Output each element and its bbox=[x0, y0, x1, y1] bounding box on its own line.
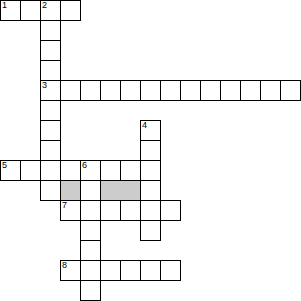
answer-cell[interactable] bbox=[80, 280, 101, 301]
blocked-cell bbox=[60, 180, 81, 201]
answer-cell[interactable] bbox=[200, 80, 221, 101]
answer-cell[interactable] bbox=[40, 40, 61, 61]
answer-cell[interactable] bbox=[40, 180, 61, 201]
answer-cell[interactable] bbox=[40, 160, 61, 181]
answer-cell[interactable] bbox=[80, 240, 101, 261]
answer-cell[interactable] bbox=[140, 160, 161, 181]
answer-cell[interactable] bbox=[40, 100, 61, 121]
answer-cell[interactable] bbox=[0, 0, 21, 21]
answer-cell[interactable] bbox=[140, 120, 161, 141]
answer-cell[interactable] bbox=[60, 200, 81, 221]
answer-cell[interactable] bbox=[80, 160, 101, 181]
answer-cell[interactable] bbox=[100, 260, 121, 281]
answer-cell[interactable] bbox=[0, 160, 21, 181]
answer-cell[interactable] bbox=[120, 80, 141, 101]
answer-cell[interactable] bbox=[180, 80, 201, 101]
answer-cell[interactable] bbox=[100, 80, 121, 101]
answer-cell[interactable] bbox=[260, 80, 281, 101]
answer-cell[interactable] bbox=[20, 0, 41, 21]
answer-cell[interactable] bbox=[80, 180, 101, 201]
answer-cell[interactable] bbox=[140, 80, 161, 101]
answer-cell[interactable] bbox=[120, 260, 141, 281]
answer-cell[interactable] bbox=[140, 220, 161, 241]
answer-cell[interactable] bbox=[140, 200, 161, 221]
answer-cell[interactable] bbox=[120, 200, 141, 221]
answer-cell[interactable] bbox=[40, 0, 61, 21]
answer-cell[interactable] bbox=[220, 80, 241, 101]
answer-cell[interactable] bbox=[160, 80, 181, 101]
answer-cell[interactable] bbox=[100, 200, 121, 221]
answer-cell[interactable] bbox=[40, 80, 61, 101]
answer-cell[interactable] bbox=[80, 80, 101, 101]
answer-cell[interactable] bbox=[40, 60, 61, 81]
answer-cell[interactable] bbox=[280, 80, 301, 101]
answer-cell[interactable] bbox=[40, 20, 61, 41]
answer-cell[interactable] bbox=[240, 80, 261, 101]
answer-cell[interactable] bbox=[40, 140, 61, 161]
answer-cell[interactable] bbox=[120, 160, 141, 181]
answer-cell[interactable] bbox=[40, 120, 61, 141]
answer-cell[interactable] bbox=[100, 160, 121, 181]
answer-cell[interactable] bbox=[20, 160, 41, 181]
answer-cell[interactable] bbox=[60, 260, 81, 281]
answer-cell[interactable] bbox=[160, 200, 181, 221]
answer-cell[interactable] bbox=[60, 80, 81, 101]
answer-cell[interactable] bbox=[160, 260, 181, 281]
answer-cell[interactable] bbox=[60, 0, 81, 21]
answer-cell[interactable] bbox=[140, 180, 161, 201]
crossword-board: 12345678 bbox=[0, 0, 301, 301]
answer-cell[interactable] bbox=[80, 200, 101, 221]
answer-cell[interactable] bbox=[140, 260, 161, 281]
answer-cell[interactable] bbox=[80, 220, 101, 241]
answer-cell[interactable] bbox=[80, 260, 101, 281]
blocked-cell bbox=[100, 180, 141, 201]
answer-cell[interactable] bbox=[60, 160, 81, 181]
answer-cell[interactable] bbox=[140, 140, 161, 161]
